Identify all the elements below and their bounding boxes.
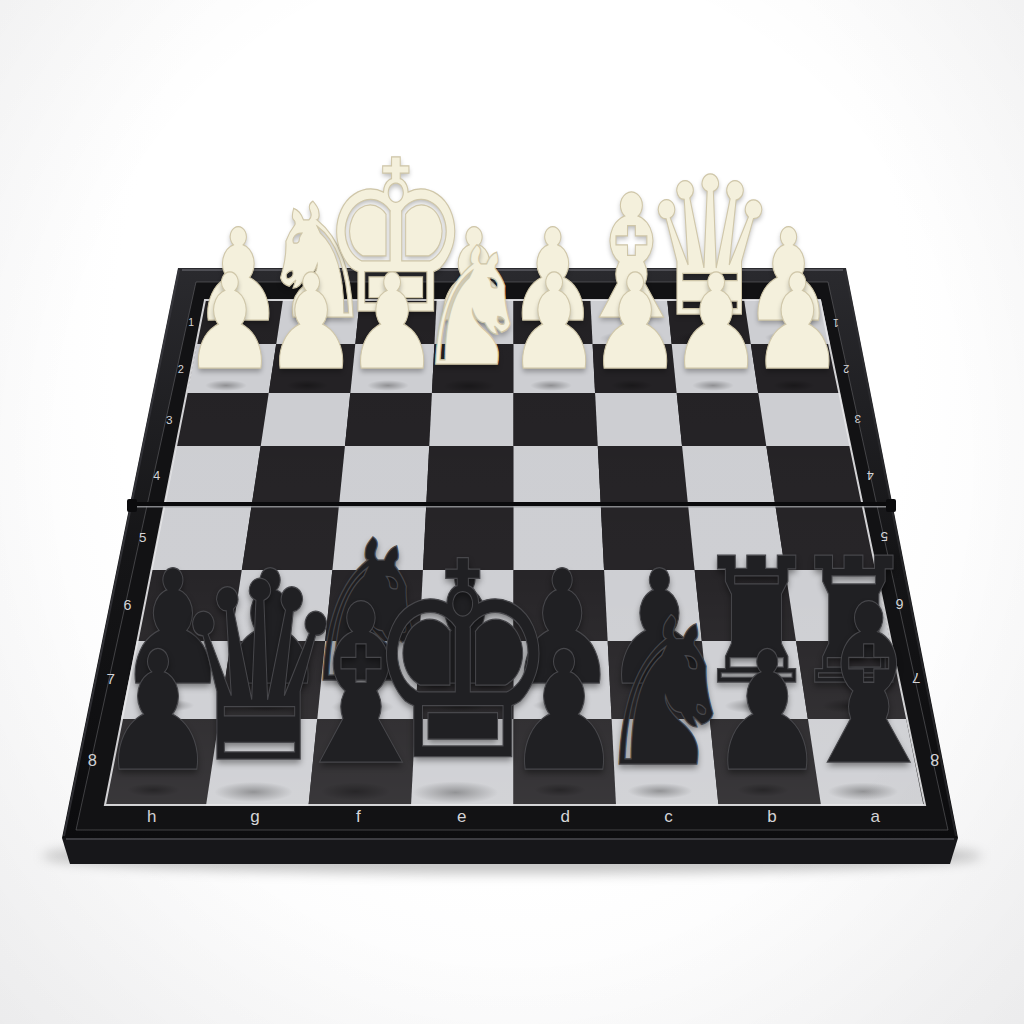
file-label-bottom-h: h xyxy=(147,807,156,826)
file-label-bottom-d: d xyxy=(560,807,569,826)
rank-label-left-6: 6 xyxy=(123,597,131,613)
file-label-bottom-e: e xyxy=(457,807,466,826)
file-label-top-a: a xyxy=(779,287,784,297)
file-label-top-h: h xyxy=(243,287,248,297)
file-label-bottom-g: g xyxy=(250,807,259,826)
rank-label-right-4: 4 xyxy=(867,468,874,482)
rank-label-right-2: 2 xyxy=(843,363,849,375)
file-label-bottom-f: f xyxy=(356,807,361,826)
rank-label-left-7: 7 xyxy=(106,670,115,687)
file-label-bottom-c: c xyxy=(664,807,673,826)
hinge-left xyxy=(127,499,137,512)
board-front-face xyxy=(62,838,958,864)
file-label-bottom-a: a xyxy=(871,807,881,826)
file-label-top-e: e xyxy=(473,287,478,297)
rank-label-right-6: 6 xyxy=(896,596,904,612)
board-sheen xyxy=(105,300,925,805)
rank-label-left-2: 2 xyxy=(178,363,184,375)
hinge-right xyxy=(886,499,896,512)
rank-label-left-8: 8 xyxy=(88,751,97,769)
rank-label-right-1: 1 xyxy=(833,317,839,328)
rank-label-right-7: 7 xyxy=(912,670,921,687)
rank-label-right-8: 8 xyxy=(930,751,939,769)
rank-label-left-4: 4 xyxy=(153,469,160,483)
file-label-top-d: d xyxy=(549,287,554,297)
rank-label-left-1: 1 xyxy=(188,317,194,328)
file-label-top-c: c xyxy=(626,287,631,297)
rank-label-right-5: 5 xyxy=(881,529,888,544)
rank-label-right-3: 3 xyxy=(854,413,861,426)
rank-label-left-5: 5 xyxy=(139,530,146,545)
chessboard: 1122334455667788hhggffeeddccbbaa xyxy=(0,0,1024,1024)
file-label-top-g: g xyxy=(319,287,324,297)
file-label-bottom-b: b xyxy=(767,807,776,826)
file-label-top-b: b xyxy=(703,287,708,297)
product-photo: 1122334455667788hhggffeeddccbbaa ♟♞♚♟♟♝♛… xyxy=(0,0,1024,1024)
rank-label-left-3: 3 xyxy=(166,413,173,426)
